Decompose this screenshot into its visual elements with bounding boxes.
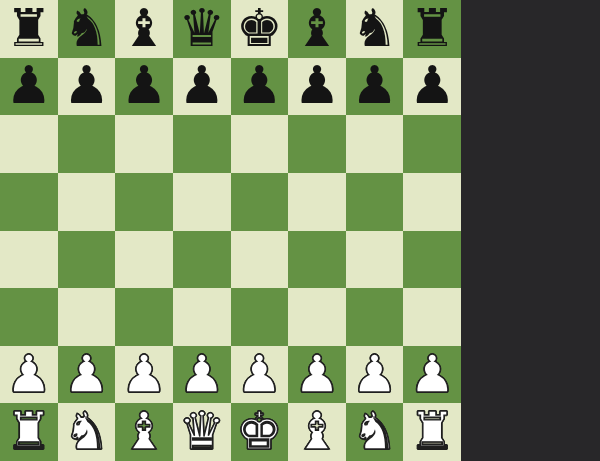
piece-white-rook[interactable]: ♜ — [409, 405, 456, 457]
square-d2[interactable]: ♟ — [173, 346, 231, 404]
square-g5[interactable] — [346, 173, 404, 231]
square-a2[interactable]: ♟ — [0, 346, 58, 404]
piece-white-pawn[interactable]: ♟ — [6, 348, 53, 400]
square-h8[interactable]: ♜ — [403, 0, 461, 58]
square-c8[interactable]: ♝ — [115, 0, 173, 58]
square-d7[interactable]: ♟ — [173, 58, 231, 116]
square-h1[interactable]: ♜ — [403, 403, 461, 461]
piece-white-pawn[interactable]: ♟ — [63, 348, 110, 400]
piece-black-knight[interactable]: ♞ — [351, 2, 398, 54]
side-panel — [461, 0, 600, 461]
piece-white-pawn[interactable]: ♟ — [351, 348, 398, 400]
piece-black-king[interactable]: ♚ — [236, 2, 283, 54]
square-g3[interactable] — [346, 288, 404, 346]
square-e5[interactable] — [231, 173, 289, 231]
piece-white-knight[interactable]: ♞ — [63, 405, 110, 457]
square-c4[interactable] — [115, 231, 173, 289]
square-f8[interactable]: ♝ — [288, 0, 346, 58]
piece-black-bishop[interactable]: ♝ — [121, 2, 168, 54]
piece-black-pawn[interactable]: ♟ — [6, 59, 53, 111]
piece-black-rook[interactable]: ♜ — [409, 2, 456, 54]
square-a5[interactable] — [0, 173, 58, 231]
square-h2[interactable]: ♟ — [403, 346, 461, 404]
square-g8[interactable]: ♞ — [346, 0, 404, 58]
piece-black-pawn[interactable]: ♟ — [409, 59, 456, 111]
piece-black-queen[interactable]: ♛ — [178, 2, 225, 54]
piece-black-pawn[interactable]: ♟ — [351, 59, 398, 111]
square-g4[interactable] — [346, 231, 404, 289]
piece-white-pawn[interactable]: ♟ — [294, 348, 341, 400]
piece-white-rook[interactable]: ♜ — [6, 405, 53, 457]
square-d1[interactable]: ♛ — [173, 403, 231, 461]
chess-board: ♜♞♝♛♚♝♞♜♟♟♟♟♟♟♟♟♟♟♟♟♟♟♟♟♜♞♝♛♚♝♞♜ — [0, 0, 461, 461]
square-b8[interactable]: ♞ — [58, 0, 116, 58]
square-h4[interactable] — [403, 231, 461, 289]
square-a8[interactable]: ♜ — [0, 0, 58, 58]
piece-white-pawn[interactable]: ♟ — [178, 348, 225, 400]
piece-white-king[interactable]: ♚ — [236, 405, 283, 457]
square-f7[interactable]: ♟ — [288, 58, 346, 116]
square-b4[interactable] — [58, 231, 116, 289]
square-b1[interactable]: ♞ — [58, 403, 116, 461]
square-b3[interactable] — [58, 288, 116, 346]
square-b7[interactable]: ♟ — [58, 58, 116, 116]
square-d8[interactable]: ♛ — [173, 0, 231, 58]
square-f6[interactable] — [288, 115, 346, 173]
square-h5[interactable] — [403, 173, 461, 231]
square-c2[interactable]: ♟ — [115, 346, 173, 404]
piece-black-pawn[interactable]: ♟ — [121, 59, 168, 111]
square-g6[interactable] — [346, 115, 404, 173]
piece-black-pawn[interactable]: ♟ — [63, 59, 110, 111]
square-c6[interactable] — [115, 115, 173, 173]
square-a6[interactable] — [0, 115, 58, 173]
app-background: ♜♞♝♛♚♝♞♜♟♟♟♟♟♟♟♟♟♟♟♟♟♟♟♟♜♞♝♛♚♝♞♜ — [0, 0, 600, 461]
piece-white-bishop[interactable]: ♝ — [294, 405, 341, 457]
square-g2[interactable]: ♟ — [346, 346, 404, 404]
square-c5[interactable] — [115, 173, 173, 231]
square-h7[interactable]: ♟ — [403, 58, 461, 116]
square-c1[interactable]: ♝ — [115, 403, 173, 461]
piece-black-pawn[interactable]: ♟ — [236, 59, 283, 111]
square-e8[interactable]: ♚ — [231, 0, 289, 58]
piece-black-bishop[interactable]: ♝ — [294, 2, 341, 54]
square-c3[interactable] — [115, 288, 173, 346]
square-f1[interactable]: ♝ — [288, 403, 346, 461]
square-a3[interactable] — [0, 288, 58, 346]
piece-white-knight[interactable]: ♞ — [351, 405, 398, 457]
piece-black-rook[interactable]: ♜ — [6, 2, 53, 54]
square-a7[interactable]: ♟ — [0, 58, 58, 116]
square-g7[interactable]: ♟ — [346, 58, 404, 116]
square-d4[interactable] — [173, 231, 231, 289]
square-e3[interactable] — [231, 288, 289, 346]
piece-white-queen[interactable]: ♛ — [178, 405, 225, 457]
square-e4[interactable] — [231, 231, 289, 289]
square-a4[interactable] — [0, 231, 58, 289]
square-f5[interactable] — [288, 173, 346, 231]
square-e7[interactable]: ♟ — [231, 58, 289, 116]
piece-black-pawn[interactable]: ♟ — [178, 59, 225, 111]
square-f4[interactable] — [288, 231, 346, 289]
piece-black-knight[interactable]: ♞ — [63, 2, 110, 54]
piece-white-pawn[interactable]: ♟ — [121, 348, 168, 400]
square-e6[interactable] — [231, 115, 289, 173]
square-h6[interactable] — [403, 115, 461, 173]
piece-white-bishop[interactable]: ♝ — [121, 405, 168, 457]
square-b5[interactable] — [58, 173, 116, 231]
square-f2[interactable]: ♟ — [288, 346, 346, 404]
square-f3[interactable] — [288, 288, 346, 346]
square-d6[interactable] — [173, 115, 231, 173]
square-b2[interactable]: ♟ — [58, 346, 116, 404]
piece-black-pawn[interactable]: ♟ — [294, 59, 341, 111]
piece-white-pawn[interactable]: ♟ — [236, 348, 283, 400]
square-b6[interactable] — [58, 115, 116, 173]
square-e1[interactable]: ♚ — [231, 403, 289, 461]
square-h3[interactable] — [403, 288, 461, 346]
square-c7[interactable]: ♟ — [115, 58, 173, 116]
square-a1[interactable]: ♜ — [0, 403, 58, 461]
piece-white-pawn[interactable]: ♟ — [409, 348, 456, 400]
square-d5[interactable] — [173, 173, 231, 231]
square-g1[interactable]: ♞ — [346, 403, 404, 461]
square-d3[interactable] — [173, 288, 231, 346]
square-e2[interactable]: ♟ — [231, 346, 289, 404]
